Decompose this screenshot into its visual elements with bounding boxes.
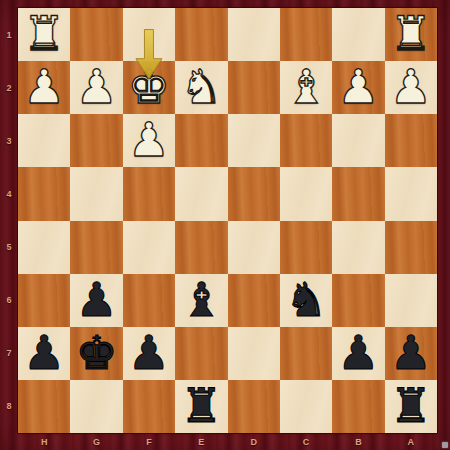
square-h8[interactable] [18, 380, 70, 433]
square-f5[interactable] [123, 221, 175, 274]
square-b1[interactable] [332, 8, 384, 61]
square-g5[interactable] [70, 221, 122, 274]
square-h2[interactable]: ♟ [18, 61, 70, 114]
rank-label-4: 4 [0, 167, 18, 220]
square-b5[interactable] [332, 221, 384, 274]
white-pawn[interactable]: ♟ [75, 63, 117, 110]
square-b6[interactable] [332, 274, 384, 327]
square-d8[interactable] [228, 380, 280, 433]
square-b2[interactable]: ♟ [332, 61, 384, 114]
square-e4[interactable] [175, 167, 227, 220]
square-a7[interactable]: ♟ [385, 327, 437, 380]
square-h6[interactable] [18, 274, 70, 327]
square-f1[interactable] [123, 8, 175, 61]
square-d4[interactable] [228, 167, 280, 220]
square-a8[interactable]: ♜ [385, 380, 437, 433]
rank-label-8: 8 [0, 380, 18, 433]
square-f4[interactable] [123, 167, 175, 220]
square-a6[interactable] [385, 274, 437, 327]
file-label-b: B [332, 433, 384, 450]
square-c2[interactable]: ♝ [280, 61, 332, 114]
square-h5[interactable] [18, 221, 70, 274]
square-g2[interactable]: ♟ [70, 61, 122, 114]
square-f8[interactable] [123, 380, 175, 433]
square-c5[interactable] [280, 221, 332, 274]
black-pawn[interactable]: ♟ [75, 276, 117, 323]
black-king[interactable]: ♚ [75, 329, 117, 376]
square-b3[interactable] [332, 114, 384, 167]
black-bishop[interactable]: ♝ [180, 276, 222, 323]
square-f6[interactable] [123, 274, 175, 327]
square-e7[interactable] [175, 327, 227, 380]
white-king[interactable]: ♚ [128, 63, 170, 110]
chess-board-frame: ♜♜♟♟♚♞♝♟♟♟♟♝♞♟♚♟♟♟♜♜ 12345678HGFEDCBA [0, 0, 450, 450]
square-d7[interactable] [228, 327, 280, 380]
square-e5[interactable] [175, 221, 227, 274]
file-label-e: E [175, 433, 227, 450]
rank-label-6: 6 [0, 274, 18, 327]
chess-board: ♜♜♟♟♚♞♝♟♟♟♟♝♞♟♚♟♟♟♜♜ [18, 8, 437, 433]
square-f7[interactable]: ♟ [123, 327, 175, 380]
black-pawn[interactable]: ♟ [128, 329, 170, 376]
square-f3[interactable]: ♟ [123, 114, 175, 167]
white-pawn[interactable]: ♟ [23, 63, 65, 110]
square-a4[interactable] [385, 167, 437, 220]
square-c8[interactable] [280, 380, 332, 433]
square-d5[interactable] [228, 221, 280, 274]
square-h7[interactable]: ♟ [18, 327, 70, 380]
white-rook[interactable]: ♜ [23, 10, 65, 57]
square-e3[interactable] [175, 114, 227, 167]
rank-label-1: 1 [0, 8, 18, 61]
white-rook[interactable]: ♜ [390, 10, 432, 57]
square-c4[interactable] [280, 167, 332, 220]
black-rook[interactable]: ♜ [180, 382, 222, 429]
black-pawn[interactable]: ♟ [23, 329, 65, 376]
square-a5[interactable] [385, 221, 437, 274]
square-c1[interactable] [280, 8, 332, 61]
square-g8[interactable] [70, 380, 122, 433]
square-g6[interactable]: ♟ [70, 274, 122, 327]
square-b8[interactable] [332, 380, 384, 433]
file-label-h: H [18, 433, 70, 450]
square-g7[interactable]: ♚ [70, 327, 122, 380]
black-knight[interactable]: ♞ [285, 276, 327, 323]
square-c3[interactable] [280, 114, 332, 167]
square-h4[interactable] [18, 167, 70, 220]
square-d6[interactable] [228, 274, 280, 327]
square-d1[interactable] [228, 8, 280, 61]
square-c7[interactable] [280, 327, 332, 380]
white-bishop[interactable]: ♝ [285, 63, 327, 110]
square-a2[interactable]: ♟ [385, 61, 437, 114]
square-h1[interactable]: ♜ [18, 8, 70, 61]
black-rook[interactable]: ♜ [390, 382, 432, 429]
square-e6[interactable]: ♝ [175, 274, 227, 327]
square-h3[interactable] [18, 114, 70, 167]
rank-label-3: 3 [0, 114, 18, 167]
file-label-d: D [228, 433, 280, 450]
rank-label-2: 2 [0, 61, 18, 114]
file-label-c: C [280, 433, 332, 450]
rank-label-7: 7 [0, 327, 18, 380]
square-b7[interactable]: ♟ [332, 327, 384, 380]
file-label-g: G [70, 433, 122, 450]
square-g1[interactable] [70, 8, 122, 61]
square-g3[interactable] [70, 114, 122, 167]
corner-resize-dot [442, 442, 448, 448]
white-knight[interactable]: ♞ [180, 63, 222, 110]
square-d2[interactable] [228, 61, 280, 114]
square-g4[interactable] [70, 167, 122, 220]
white-pawn[interactable]: ♟ [128, 116, 170, 163]
rank-label-5: 5 [0, 221, 18, 274]
black-pawn[interactable]: ♟ [390, 329, 432, 376]
square-c6[interactable]: ♞ [280, 274, 332, 327]
square-b4[interactable] [332, 167, 384, 220]
file-label-a: A [385, 433, 437, 450]
square-e8[interactable]: ♜ [175, 380, 227, 433]
square-f2[interactable]: ♚ [123, 61, 175, 114]
file-label-f: F [123, 433, 175, 450]
square-d3[interactable] [228, 114, 280, 167]
square-a1[interactable]: ♜ [385, 8, 437, 61]
square-e1[interactable] [175, 8, 227, 61]
white-pawn[interactable]: ♟ [390, 63, 432, 110]
square-a3[interactable] [385, 114, 437, 167]
white-pawn[interactable]: ♟ [337, 63, 379, 110]
black-pawn[interactable]: ♟ [337, 329, 379, 376]
square-e2[interactable]: ♞ [175, 61, 227, 114]
